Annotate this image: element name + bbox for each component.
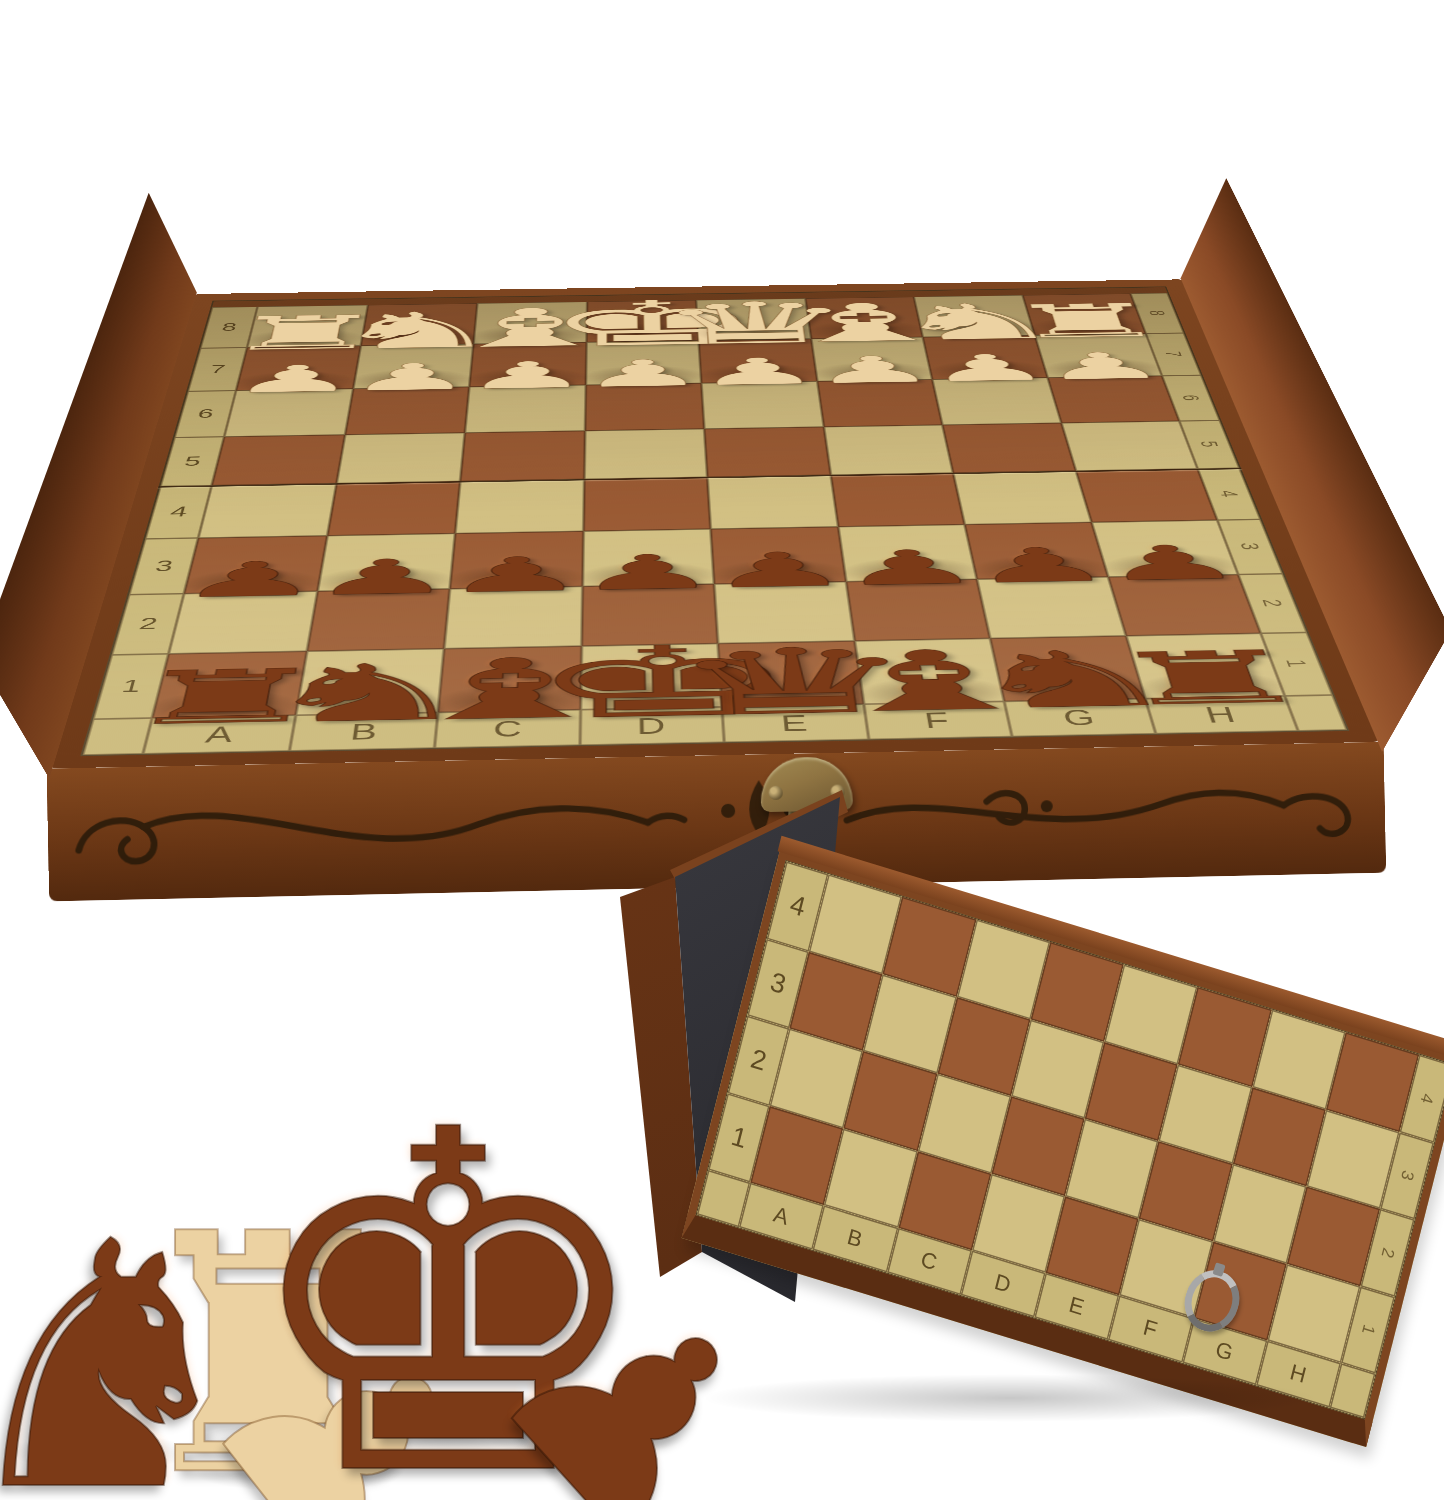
square-d5 bbox=[584, 429, 707, 480]
product-photo: 8877665544332211ABCDEFGH ♜♞♝♚♛♝♞♜♟♟♟♟♟♟♟… bbox=[0, 0, 1444, 1500]
square-e6 bbox=[701, 381, 823, 428]
square-f7 bbox=[811, 337, 932, 381]
square-b8 bbox=[360, 303, 477, 345]
square-f2 bbox=[846, 579, 990, 640]
square-d2 bbox=[581, 584, 718, 646]
square-g7 bbox=[923, 335, 1048, 379]
square-c2 bbox=[444, 586, 582, 648]
square-g8 bbox=[914, 295, 1035, 337]
square-e8 bbox=[696, 298, 811, 340]
square-a6 bbox=[224, 389, 353, 437]
folded-chess-board: 44332211ABCDEFGH bbox=[590, 772, 1444, 1500]
square-c3 bbox=[450, 531, 583, 589]
square-g1 bbox=[990, 636, 1145, 702]
square-a2 bbox=[169, 591, 317, 653]
square-h1 bbox=[1126, 633, 1285, 699]
file-label-C: C bbox=[434, 710, 580, 748]
square-e4 bbox=[707, 475, 837, 529]
square-e3 bbox=[711, 527, 846, 584]
square-f1 bbox=[854, 638, 1004, 704]
square-c1 bbox=[438, 646, 581, 713]
square-h3 bbox=[1091, 520, 1238, 577]
folded-board-grid: 44332211ABCDEFGH bbox=[696, 860, 1444, 1419]
square-d8 bbox=[586, 300, 698, 342]
corner-cell bbox=[83, 718, 153, 755]
square-a1 bbox=[152, 651, 306, 718]
square-a4 bbox=[198, 483, 336, 537]
square-b1 bbox=[295, 648, 444, 715]
square-h4 bbox=[1076, 469, 1218, 522]
file-label-G: G bbox=[1004, 699, 1155, 737]
file-label-B: B bbox=[289, 712, 438, 751]
square-b4 bbox=[327, 481, 460, 535]
square-f3 bbox=[838, 524, 977, 581]
square-h8 bbox=[1022, 293, 1146, 335]
square-f6 bbox=[817, 379, 942, 426]
square-f5 bbox=[823, 425, 953, 475]
square-b2 bbox=[307, 589, 450, 651]
square-h2 bbox=[1108, 575, 1261, 636]
square-h7 bbox=[1034, 333, 1162, 377]
rank-label-5: 5 bbox=[160, 437, 224, 487]
square-h6 bbox=[1047, 376, 1179, 423]
square-e5 bbox=[704, 427, 830, 477]
square-c7 bbox=[469, 342, 586, 387]
square-g4 bbox=[953, 471, 1091, 524]
square-b5 bbox=[336, 433, 465, 484]
square-a7 bbox=[236, 346, 360, 391]
square-b3 bbox=[317, 533, 455, 591]
open-board-top-face: 8877665544332211ABCDEFGH ♜♞♝♚♛♝♞♜♟♟♟♟♟♟♟… bbox=[51, 279, 1380, 768]
square-e7 bbox=[699, 339, 817, 384]
file-label-A: A bbox=[143, 715, 295, 754]
file-label-H: H bbox=[1145, 696, 1298, 734]
square-e1 bbox=[718, 641, 863, 707]
file-label-F: F bbox=[863, 701, 1012, 739]
square-d6 bbox=[585, 383, 705, 430]
square-a3 bbox=[184, 535, 327, 593]
square-a5 bbox=[212, 435, 345, 486]
file-label-D: D bbox=[580, 707, 725, 745]
square-g3 bbox=[965, 522, 1108, 579]
square-c6 bbox=[465, 385, 586, 433]
square-d3 bbox=[582, 529, 714, 587]
folded-board-face: 44332211ABCDEFGH bbox=[682, 850, 1444, 1447]
square-g2 bbox=[977, 577, 1126, 638]
square-g5 bbox=[942, 423, 1075, 473]
square-d7 bbox=[585, 340, 701, 385]
square-b7 bbox=[353, 344, 474, 389]
square-b6 bbox=[345, 387, 470, 435]
square-e2 bbox=[714, 582, 854, 644]
square-f4 bbox=[830, 473, 964, 527]
square-d4 bbox=[583, 477, 711, 531]
square-d1 bbox=[580, 643, 722, 709]
square-c5 bbox=[460, 431, 585, 482]
square-c4 bbox=[455, 479, 584, 533]
square-a8 bbox=[247, 305, 367, 347]
open-board-grid: 8877665544332211ABCDEFGH bbox=[80, 287, 1349, 757]
square-g6 bbox=[932, 378, 1061, 425]
file-label-E: E bbox=[722, 704, 868, 742]
square-f8 bbox=[805, 297, 923, 339]
square-h5 bbox=[1061, 421, 1198, 471]
square-c8 bbox=[473, 302, 586, 344]
